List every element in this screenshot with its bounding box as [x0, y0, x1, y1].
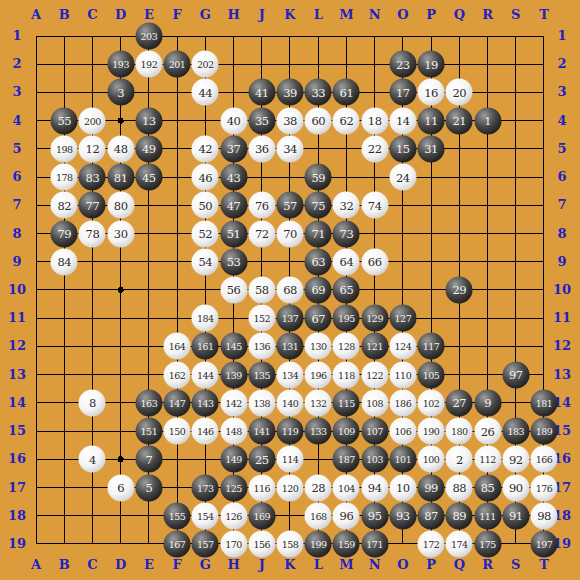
black-stone-move-187: 187 — [333, 446, 360, 473]
move-number: 170 — [225, 538, 242, 549]
move-number: 141 — [253, 426, 270, 437]
black-stone-move-73: 73 — [333, 220, 360, 247]
coord-label-row-left: 19 — [2, 536, 32, 552]
black-stone-move-183: 183 — [502, 418, 529, 445]
move-number: 167 — [169, 538, 186, 549]
white-stone-move-70: 70 — [276, 220, 303, 247]
move-number: 134 — [282, 369, 299, 380]
black-stone-move-101: 101 — [389, 446, 416, 473]
move-number: 47 — [227, 198, 241, 212]
white-stone-move-196: 196 — [305, 361, 332, 388]
move-number: 56 — [227, 283, 241, 297]
white-stone-move-52: 52 — [192, 220, 219, 247]
coord-label-row-right: 12 — [547, 338, 577, 354]
move-number: 119 — [282, 426, 299, 437]
move-number: 181 — [536, 397, 553, 408]
white-stone-move-26: 26 — [474, 418, 501, 445]
black-stone-move-111: 111 — [474, 502, 501, 529]
move-number: 5 — [145, 481, 152, 495]
move-number: 75 — [311, 198, 325, 212]
coord-label-col-bottom: Q — [444, 557, 474, 573]
white-stone-move-42: 42 — [192, 135, 219, 162]
move-number: 34 — [283, 142, 297, 156]
move-number: 14 — [396, 114, 410, 128]
move-number: 120 — [282, 482, 299, 493]
white-stone-move-60: 60 — [305, 107, 332, 134]
coord-label-col-top: F — [162, 7, 192, 23]
move-number: 95 — [368, 509, 382, 523]
coord-label-col-bottom: J — [247, 557, 277, 573]
move-number: 68 — [283, 283, 297, 297]
white-stone-move-202: 202 — [192, 51, 219, 78]
black-stone-move-87: 87 — [418, 502, 445, 529]
move-number: 183 — [507, 426, 524, 437]
white-stone-move-20: 20 — [446, 79, 473, 106]
black-stone-move-195: 195 — [333, 305, 360, 332]
black-stone-move-201: 201 — [164, 51, 191, 78]
move-number: 166 — [536, 454, 553, 465]
move-number: 73 — [340, 227, 354, 241]
move-number: 37 — [227, 142, 241, 156]
black-stone-move-81: 81 — [107, 164, 134, 191]
move-number: 169 — [253, 510, 270, 521]
black-stone-move-143: 143 — [192, 389, 219, 416]
coord-label-col-bottom: M — [331, 557, 361, 573]
black-stone-move-51: 51 — [220, 220, 247, 247]
coord-label-col-bottom: K — [275, 557, 305, 573]
move-number: 200 — [84, 115, 101, 126]
black-stone-move-41: 41 — [248, 79, 275, 106]
coord-label-row-left: 14 — [2, 395, 32, 411]
black-stone-move-167: 167 — [164, 530, 191, 557]
move-number: 172 — [423, 538, 440, 549]
coord-label-row-left: 18 — [2, 508, 32, 524]
white-stone-move-174: 174 — [446, 530, 473, 557]
black-stone-move-77: 77 — [79, 192, 106, 219]
coord-label-col-bottom: O — [388, 557, 418, 573]
move-number: 186 — [395, 397, 412, 408]
white-stone-move-116: 116 — [248, 474, 275, 501]
black-stone-move-103: 103 — [361, 446, 388, 473]
white-stone-move-200: 200 — [79, 107, 106, 134]
black-stone-move-61: 61 — [333, 79, 360, 106]
move-number: 57 — [283, 198, 297, 212]
move-number: 102 — [423, 397, 440, 408]
move-number: 10 — [396, 481, 410, 495]
white-stone-move-8: 8 — [79, 389, 106, 416]
move-number: 147 — [169, 397, 186, 408]
coord-label-col-top: K — [275, 7, 305, 23]
black-stone-move-171: 171 — [361, 530, 388, 557]
coord-label-col-bottom: D — [106, 557, 136, 573]
white-stone-move-84: 84 — [51, 248, 78, 275]
move-number: 199 — [310, 538, 327, 549]
move-number: 2 — [456, 452, 463, 466]
coord-label-col-bottom: L — [303, 557, 333, 573]
coord-label-row-right: 9 — [547, 254, 577, 270]
move-number: 158 — [282, 538, 299, 549]
white-stone-move-164: 164 — [164, 333, 191, 360]
black-stone-move-25: 25 — [248, 446, 275, 473]
black-stone-move-31: 31 — [418, 135, 445, 162]
move-number: 9 — [484, 396, 491, 410]
white-stone-move-140: 140 — [276, 389, 303, 416]
white-stone-move-114: 114 — [276, 446, 303, 473]
move-number: 90 — [509, 481, 523, 495]
white-stone-move-2: 2 — [446, 446, 473, 473]
black-stone-move-97: 97 — [502, 361, 529, 388]
white-stone-move-58: 58 — [248, 276, 275, 303]
white-stone-move-184: 184 — [192, 305, 219, 332]
black-stone-move-79: 79 — [51, 220, 78, 247]
move-number: 18 — [368, 114, 382, 128]
black-stone-move-69: 69 — [305, 276, 332, 303]
white-stone-move-40: 40 — [220, 107, 247, 134]
white-stone-move-120: 120 — [276, 474, 303, 501]
coord-label-col-top: M — [331, 7, 361, 23]
move-number: 38 — [283, 114, 297, 128]
move-number: 103 — [366, 454, 383, 465]
white-stone-move-32: 32 — [333, 192, 360, 219]
move-number: 142 — [225, 397, 242, 408]
move-number: 157 — [197, 538, 214, 549]
black-stone-move-17: 17 — [389, 79, 416, 106]
move-number: 162 — [169, 369, 186, 380]
move-number: 52 — [199, 227, 213, 241]
move-number: 114 — [282, 454, 299, 465]
coord-label-row-right: 10 — [547, 282, 577, 298]
white-stone-move-124: 124 — [389, 333, 416, 360]
white-stone-move-94: 94 — [361, 474, 388, 501]
move-number: 117 — [423, 341, 440, 352]
move-number: 63 — [311, 255, 325, 269]
black-stone-move-43: 43 — [220, 164, 247, 191]
coord-label-col-top: D — [106, 7, 136, 23]
move-number: 43 — [227, 170, 241, 184]
move-number: 156 — [253, 538, 270, 549]
black-stone-move-9: 9 — [474, 389, 501, 416]
coord-label-col-bottom: C — [77, 557, 107, 573]
black-stone-move-139: 139 — [220, 361, 247, 388]
move-number: 149 — [225, 454, 242, 465]
move-number: 17 — [396, 85, 410, 99]
black-stone-move-129: 129 — [361, 305, 388, 332]
black-stone-move-83: 83 — [79, 164, 106, 191]
coord-label-row-left: 1 — [2, 28, 32, 44]
coord-label-col-bottom: B — [49, 557, 79, 573]
move-number: 62 — [340, 114, 354, 128]
go-kifu-diagram: AABBCCDDEEFFGGHHJJKKLLMMNNOOPPQQRRSSTT12… — [0, 0, 580, 580]
white-stone-move-72: 72 — [248, 220, 275, 247]
white-stone-move-146: 146 — [192, 418, 219, 445]
black-stone-move-3: 3 — [107, 79, 134, 106]
black-stone-move-65: 65 — [333, 276, 360, 303]
move-number: 53 — [227, 255, 241, 269]
coord-label-col-top: T — [529, 7, 559, 23]
black-stone-move-193: 193 — [107, 51, 134, 78]
move-number: 55 — [57, 114, 71, 128]
move-number: 48 — [114, 142, 128, 156]
move-number: 122 — [366, 369, 383, 380]
coord-label-row-left: 15 — [2, 423, 32, 439]
coord-label-col-top: L — [303, 7, 333, 23]
move-number: 22 — [368, 142, 382, 156]
black-stone-move-23: 23 — [389, 51, 416, 78]
black-stone-move-169: 169 — [248, 502, 275, 529]
white-stone-move-96: 96 — [333, 502, 360, 529]
white-stone-move-54: 54 — [192, 248, 219, 275]
black-stone-move-125: 125 — [220, 474, 247, 501]
move-number: 171 — [366, 538, 383, 549]
black-stone-move-11: 11 — [418, 107, 445, 134]
move-number: 28 — [311, 481, 325, 495]
move-number: 1 — [484, 114, 491, 128]
white-stone-move-180: 180 — [446, 418, 473, 445]
move-number: 97 — [509, 368, 523, 382]
coord-label-col-bottom: F — [162, 557, 192, 573]
coord-label-col-top: H — [219, 7, 249, 23]
move-number: 60 — [311, 114, 325, 128]
coord-label-row-left: 7 — [2, 197, 32, 213]
black-stone-move-155: 155 — [164, 502, 191, 529]
move-number: 32 — [340, 198, 354, 212]
white-stone-move-186: 186 — [389, 389, 416, 416]
white-stone-move-30: 30 — [107, 220, 134, 247]
white-stone-move-144: 144 — [192, 361, 219, 388]
move-number: 66 — [368, 255, 382, 269]
black-stone-move-89: 89 — [446, 502, 473, 529]
move-number: 84 — [57, 255, 71, 269]
move-number: 82 — [57, 198, 71, 212]
white-stone-move-68: 68 — [276, 276, 303, 303]
coord-label-row-right: 6 — [547, 169, 577, 185]
move-number: 67 — [311, 311, 325, 325]
black-stone-move-105: 105 — [418, 361, 445, 388]
black-stone-move-115: 115 — [333, 389, 360, 416]
move-number: 192 — [141, 59, 158, 70]
coord-label-col-bottom: A — [21, 557, 51, 573]
move-number: 115 — [338, 397, 355, 408]
move-number: 41 — [255, 85, 269, 99]
coord-label-col-top: O — [388, 7, 418, 23]
move-number: 88 — [453, 481, 467, 495]
move-number: 83 — [86, 170, 100, 184]
white-stone-move-88: 88 — [446, 474, 473, 501]
move-number: 29 — [453, 283, 467, 297]
white-stone-move-170: 170 — [220, 530, 247, 557]
black-stone-move-95: 95 — [361, 502, 388, 529]
black-stone-move-47: 47 — [220, 192, 247, 219]
white-stone-move-46: 46 — [192, 164, 219, 191]
black-stone-move-21: 21 — [446, 107, 473, 134]
move-number: 7 — [145, 452, 152, 466]
black-stone-move-157: 157 — [192, 530, 219, 557]
coord-label-col-bottom: E — [134, 557, 164, 573]
move-number: 36 — [255, 142, 269, 156]
move-number: 196 — [310, 369, 327, 380]
move-number: 87 — [424, 509, 438, 523]
star-point — [118, 287, 124, 293]
move-number: 92 — [509, 452, 523, 466]
move-number: 42 — [199, 142, 213, 156]
move-number: 26 — [481, 424, 495, 438]
white-stone-move-22: 22 — [361, 135, 388, 162]
move-number: 70 — [283, 227, 297, 241]
move-number: 148 — [225, 426, 242, 437]
coord-label-row-left: 13 — [2, 367, 32, 383]
move-number: 94 — [368, 481, 382, 495]
move-number: 110 — [395, 369, 412, 380]
white-stone-move-154: 154 — [192, 502, 219, 529]
move-number: 132 — [310, 397, 327, 408]
white-stone-move-90: 90 — [502, 474, 529, 501]
move-number: 3 — [117, 85, 124, 99]
coord-label-col-bottom: P — [416, 557, 446, 573]
move-number: 112 — [479, 454, 496, 465]
black-stone-move-71: 71 — [305, 220, 332, 247]
move-number: 23 — [396, 57, 410, 71]
move-number: 178 — [56, 172, 73, 183]
coord-label-row-left: 10 — [2, 282, 32, 298]
black-stone-move-173: 173 — [192, 474, 219, 501]
white-stone-move-108: 108 — [361, 389, 388, 416]
move-number: 80 — [114, 198, 128, 212]
move-number: 187 — [338, 454, 355, 465]
move-number: 131 — [282, 341, 299, 352]
move-number: 159 — [338, 538, 355, 549]
black-stone-move-149: 149 — [220, 446, 247, 473]
move-number: 61 — [340, 85, 354, 99]
white-stone-move-190: 190 — [418, 418, 445, 445]
move-number: 45 — [142, 170, 156, 184]
coord-label-col-top: E — [134, 7, 164, 23]
move-number: 143 — [197, 397, 214, 408]
move-number: 202 — [197, 59, 214, 70]
move-number: 105 — [423, 369, 440, 380]
coord-label-row-left: 6 — [2, 169, 32, 185]
move-number: 176 — [536, 482, 553, 493]
coord-label-row-left: 3 — [2, 84, 32, 100]
coord-label-row-right: 1 — [547, 28, 577, 44]
white-stone-move-76: 76 — [248, 192, 275, 219]
black-stone-move-145: 145 — [220, 333, 247, 360]
white-stone-move-122: 122 — [361, 361, 388, 388]
black-stone-move-121: 121 — [361, 333, 388, 360]
move-number: 197 — [536, 538, 553, 549]
black-stone-move-131: 131 — [276, 333, 303, 360]
coord-label-col-top: A — [21, 7, 51, 23]
white-stone-move-44: 44 — [192, 79, 219, 106]
black-stone-move-137: 137 — [276, 305, 303, 332]
white-stone-move-150: 150 — [164, 418, 191, 445]
move-number: 72 — [255, 227, 269, 241]
coord-label-row-right: 4 — [547, 113, 577, 129]
move-number: 127 — [395, 313, 412, 324]
coord-label-col-bottom: S — [501, 557, 531, 573]
white-stone-move-66: 66 — [361, 248, 388, 275]
coord-label-col-top: J — [247, 7, 277, 23]
black-stone-move-117: 117 — [418, 333, 445, 360]
move-number: 108 — [366, 397, 383, 408]
black-stone-move-5: 5 — [135, 474, 162, 501]
coord-label-col-bottom: G — [190, 557, 220, 573]
black-stone-move-63: 63 — [305, 248, 332, 275]
move-number: 4 — [89, 452, 96, 466]
move-number: 78 — [86, 227, 100, 241]
white-stone-move-16: 16 — [418, 79, 445, 106]
white-stone-move-118: 118 — [333, 361, 360, 388]
move-number: 155 — [169, 510, 186, 521]
move-number: 19 — [424, 57, 438, 71]
move-number: 49 — [142, 142, 156, 156]
move-number: 121 — [366, 341, 383, 352]
black-stone-move-93: 93 — [389, 502, 416, 529]
move-number: 46 — [199, 170, 213, 184]
white-stone-move-80: 80 — [107, 192, 134, 219]
white-stone-move-112: 112 — [474, 446, 501, 473]
black-stone-move-37: 37 — [220, 135, 247, 162]
move-number: 136 — [253, 341, 270, 352]
black-stone-move-175: 175 — [474, 530, 501, 557]
move-number: 79 — [57, 227, 71, 241]
coord-label-row-left: 4 — [2, 113, 32, 129]
black-stone-move-107: 107 — [361, 418, 388, 445]
black-stone-move-75: 75 — [305, 192, 332, 219]
move-number: 137 — [282, 313, 299, 324]
move-number: 138 — [253, 397, 270, 408]
black-stone-move-39: 39 — [276, 79, 303, 106]
white-stone-move-148: 148 — [220, 418, 247, 445]
white-stone-move-142: 142 — [220, 389, 247, 416]
black-stone-move-119: 119 — [276, 418, 303, 445]
white-stone-move-100: 100 — [418, 446, 445, 473]
black-stone-move-67: 67 — [305, 305, 332, 332]
coord-label-row-right: 3 — [547, 84, 577, 100]
white-stone-move-126: 126 — [220, 502, 247, 529]
move-number: 101 — [395, 454, 412, 465]
black-stone-move-29: 29 — [446, 276, 473, 303]
move-number: 107 — [366, 426, 383, 437]
white-stone-move-162: 162 — [164, 361, 191, 388]
coord-label-col-top: P — [416, 7, 446, 23]
black-stone-move-159: 159 — [333, 530, 360, 557]
coord-label-row-right: 5 — [547, 141, 577, 157]
white-stone-move-192: 192 — [135, 51, 162, 78]
black-stone-move-1: 1 — [474, 107, 501, 134]
white-stone-move-6: 6 — [107, 474, 134, 501]
white-stone-move-166: 166 — [530, 446, 557, 473]
move-number: 12 — [86, 142, 100, 156]
move-number: 118 — [338, 369, 355, 380]
move-number: 164 — [169, 341, 186, 352]
white-stone-move-62: 62 — [333, 107, 360, 134]
white-stone-move-18: 18 — [361, 107, 388, 134]
move-number: 175 — [479, 538, 496, 549]
move-number: 96 — [340, 509, 354, 523]
move-number: 99 — [424, 481, 438, 495]
white-stone-move-128: 128 — [333, 333, 360, 360]
black-stone-move-49: 49 — [135, 135, 162, 162]
move-number: 71 — [311, 227, 325, 241]
white-stone-move-12: 12 — [79, 135, 106, 162]
white-stone-move-104: 104 — [333, 474, 360, 501]
move-number: 144 — [197, 369, 214, 380]
white-stone-move-152: 152 — [248, 305, 275, 332]
move-number: 193 — [112, 59, 129, 70]
white-stone-move-78: 78 — [79, 220, 106, 247]
move-number: 180 — [451, 426, 468, 437]
white-stone-move-134: 134 — [276, 361, 303, 388]
